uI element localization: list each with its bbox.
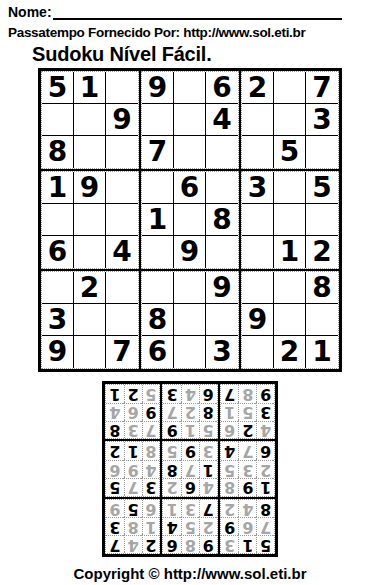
solution-cell-r7c5: 1 <box>181 421 199 439</box>
solution-cell-r8c9: 4 <box>106 403 124 421</box>
puzzle-cell-r2c7 <box>242 104 274 136</box>
puzzle-cell-r4c5: 6 <box>174 172 206 204</box>
puzzle-cell-r3c7 <box>242 136 274 168</box>
solution-cell-r4c3: 8 <box>221 478 239 496</box>
solution-cell-r6c4: 3 <box>199 442 217 460</box>
puzzle-cell-r4c3 <box>106 172 138 204</box>
main-sudoku-board: 519896472735196461893512239798638921 <box>38 68 342 372</box>
puzzle-box-inner: 5198 <box>41 71 139 169</box>
solution-cell-r1c5: 8 <box>181 535 199 553</box>
solution-box-4: 198235674 <box>219 440 276 497</box>
solution-cell-r2c4: 2 <box>199 517 217 535</box>
puzzle-cell-r9c2 <box>74 336 106 368</box>
solution-box-inner: 426351987 <box>220 384 275 439</box>
puzzle-cell-r8c7: 9 <box>242 304 274 336</box>
solution-cell-r6c6: 5 <box>163 442 181 460</box>
solution-cell-r9c2: 8 <box>238 385 256 403</box>
solution-cell-r9c8: 2 <box>124 385 142 403</box>
solution-cell-r3c5: 3 <box>181 500 199 518</box>
solution-cell-r1c9: 7 <box>106 535 124 553</box>
puzzle-box-6: 3512 <box>240 170 340 270</box>
puzzle-cell-r3c1: 8 <box>42 136 74 168</box>
solution-cell-r2c3: 9 <box>221 517 239 535</box>
solution-cell-r9c4: 6 <box>199 385 217 403</box>
solution-cell-r2c5: 5 <box>181 517 199 535</box>
solution-cell-r7c7: 7 <box>142 421 160 439</box>
puzzle-cell-r6c9: 2 <box>306 236 338 268</box>
solution-cell-r2c9: 3 <box>106 517 124 535</box>
solution-board-rotated: 5137698429862547312471836591982356744621… <box>102 381 278 557</box>
puzzle-box-inner: 9647 <box>141 71 239 169</box>
puzzle-cell-r6c4 <box>142 236 174 268</box>
puzzle-box-inner: 8921 <box>241 271 339 369</box>
puzzle-cell-r7c2: 2 <box>74 272 106 304</box>
puzzle-cell-r8c4: 8 <box>142 304 174 336</box>
solution-cell-r7c1: 4 <box>256 421 274 439</box>
solution-cell-r4c9: 5 <box>106 478 124 496</box>
puzzle-box-9: 8921 <box>240 270 340 370</box>
puzzle-box-3: 2735 <box>240 70 340 170</box>
solution-box-inner: 247183659 <box>105 499 160 554</box>
puzzle-cell-r3c8: 5 <box>274 136 306 168</box>
solution-cell-r3c1: 8 <box>256 500 274 518</box>
solution-box-inner: 738964521 <box>105 384 160 439</box>
puzzle-box-inner: 2397 <box>41 271 139 369</box>
solution-cell-r1c6: 6 <box>163 535 181 553</box>
solution-cell-r5c6: 8 <box>163 460 181 478</box>
puzzle-cell-r6c1: 6 <box>42 236 74 268</box>
puzzle-cell-r6c2 <box>74 236 106 268</box>
solution-cell-r9c9: 1 <box>106 385 124 403</box>
solution-cell-r5c4: 1 <box>199 460 217 478</box>
solution-cell-r8c5: 2 <box>181 403 199 421</box>
name-row: Nome: <box>8 5 342 20</box>
solution-box-6: 375496812 <box>104 440 161 497</box>
puzzle-cell-r6c6 <box>206 236 238 268</box>
solution-box-5: 462178395 <box>161 440 218 497</box>
puzzle-box-5: 6189 <box>140 170 240 270</box>
solution-box-inner: 198235674 <box>220 441 275 496</box>
puzzle-box-inner: 6189 <box>141 171 239 269</box>
solution-cell-r1c8: 4 <box>124 535 142 553</box>
puzzle-cell-r6c3: 4 <box>106 236 138 268</box>
solution-cell-r8c6: 7 <box>163 403 181 421</box>
puzzle-cell-r1c1: 5 <box>42 72 74 104</box>
puzzle-box-inner: 3512 <box>241 171 339 269</box>
puzzle-box-2: 9647 <box>140 70 240 170</box>
solution-box-inner: 513769842 <box>220 499 275 554</box>
solution-cell-r4c8: 7 <box>124 478 142 496</box>
solution-cell-r3c8: 5 <box>124 500 142 518</box>
puzzle-cell-r9c7 <box>242 336 274 368</box>
puzzle-cell-r1c3 <box>106 72 138 104</box>
puzzle-box-4: 1964 <box>40 170 140 270</box>
puzzle-cell-r3c3 <box>106 136 138 168</box>
puzzle-cell-r4c2: 9 <box>74 172 106 204</box>
puzzle-cell-r7c9: 8 <box>306 272 338 304</box>
puzzle-cell-r3c2 <box>74 136 106 168</box>
solution-cell-r8c8: 6 <box>124 403 142 421</box>
name-write-in-line <box>53 5 342 20</box>
puzzle-cell-r2c4 <box>142 104 174 136</box>
solution-cell-r6c7: 8 <box>142 442 160 460</box>
solution-cell-r6c3: 4 <box>221 442 239 460</box>
puzzle-cell-r5c6: 8 <box>206 204 238 236</box>
solution-cell-r7c4: 5 <box>199 421 217 439</box>
sudoku-print-page: Nome: Passatempo Fornecido Por: http://w… <box>0 0 380 582</box>
puzzle-cell-r2c3: 9 <box>106 104 138 136</box>
puzzle-cell-r1c7: 2 <box>242 72 274 104</box>
solution-cell-r1c2: 1 <box>238 535 256 553</box>
puzzle-cell-r5c8 <box>274 204 306 236</box>
solution-cell-r5c7: 4 <box>142 460 160 478</box>
solution-cell-r4c5: 6 <box>181 478 199 496</box>
puzzle-cell-r2c6: 4 <box>206 104 238 136</box>
puzzle-cell-r1c6: 6 <box>206 72 238 104</box>
solution-cell-r3c2: 4 <box>238 500 256 518</box>
puzzle-cell-r3c9 <box>306 136 338 168</box>
puzzle-cell-r3c4: 7 <box>142 136 174 168</box>
solution-cell-r2c7: 1 <box>142 517 160 535</box>
puzzle-box-inner: 1964 <box>41 171 139 269</box>
solution-cell-r9c7: 5 <box>142 385 160 403</box>
puzzle-cell-r5c4: 1 <box>142 204 174 236</box>
puzzle-cell-r1c4: 9 <box>142 72 174 104</box>
puzzle-cell-r3c6 <box>206 136 238 168</box>
solution-cell-r6c5: 9 <box>181 442 199 460</box>
puzzle-cell-r4c4 <box>142 172 174 204</box>
puzzle-cell-r1c5 <box>174 72 206 104</box>
solution-cell-r5c3: 5 <box>221 460 239 478</box>
puzzle-cell-r5c9 <box>306 204 338 236</box>
solution-cell-r1c4: 9 <box>199 535 217 553</box>
puzzle-cell-r9c8: 2 <box>274 336 306 368</box>
puzzle-cell-r1c8 <box>274 72 306 104</box>
solution-cell-r3c3: 2 <box>221 500 239 518</box>
solution-cell-r5c9: 6 <box>106 460 124 478</box>
solution-cell-r8c7: 9 <box>142 403 160 421</box>
solution-cell-r3c7: 6 <box>142 500 160 518</box>
copyright-line: Copyright © http://www.sol.eti.br <box>8 565 372 582</box>
solution-cell-r9c5: 4 <box>181 385 199 403</box>
solution-cell-r4c4: 4 <box>199 478 217 496</box>
solution-cell-r1c1: 5 <box>256 535 274 553</box>
solution-cell-r2c1: 7 <box>256 517 274 535</box>
puzzle-cell-r9c6: 3 <box>206 336 238 368</box>
puzzle-cell-r9c4: 6 <box>142 336 174 368</box>
puzzle-cell-r2c9: 3 <box>306 104 338 136</box>
solution-box-2: 986254731 <box>161 498 218 555</box>
puzzle-cell-r6c5: 9 <box>174 236 206 268</box>
puzzle-cell-r6c7 <box>242 236 274 268</box>
solution-box-8: 519827643 <box>161 383 218 440</box>
puzzle-cell-r8c2 <box>74 304 106 336</box>
puzzle-cell-r7c5 <box>174 272 206 304</box>
puzzle-cell-r8c1: 3 <box>42 304 74 336</box>
puzzle-cell-r1c2: 1 <box>74 72 106 104</box>
puzzle-cell-r3c5 <box>174 136 206 168</box>
solution-cell-r4c2: 9 <box>238 478 256 496</box>
solution-cell-r1c7: 2 <box>142 535 160 553</box>
solution-cell-r3c4: 7 <box>199 500 217 518</box>
puzzle-cell-r7c1 <box>42 272 74 304</box>
puzzle-cell-r4c6 <box>206 172 238 204</box>
solution-cell-r1c3: 3 <box>221 535 239 553</box>
solution-cell-r5c1: 2 <box>256 460 274 478</box>
solution-cell-r3c6: 1 <box>163 500 181 518</box>
solution-cell-r2c8: 8 <box>124 517 142 535</box>
puzzle-cell-r4c9: 5 <box>306 172 338 204</box>
solution-cell-r6c1: 6 <box>256 442 274 460</box>
solution-cell-r5c5: 7 <box>181 460 199 478</box>
puzzle-cell-r7c6: 9 <box>206 272 238 304</box>
puzzle-cell-r5c1 <box>42 204 74 236</box>
solution-cell-r7c2: 2 <box>238 421 256 439</box>
solution-cell-r8c4: 8 <box>199 403 217 421</box>
puzzle-cell-r9c1: 9 <box>42 336 74 368</box>
puzzle-cell-r7c8 <box>274 272 306 304</box>
solution-cell-r9c1: 9 <box>256 385 274 403</box>
puzzle-cell-r5c2 <box>74 204 106 236</box>
solution-box-7: 426351987 <box>219 383 276 440</box>
puzzle-cell-r2c8 <box>274 104 306 136</box>
solution-cell-r8c2: 5 <box>238 403 256 421</box>
solution-cell-r8c3: 1 <box>221 403 239 421</box>
solution-cell-r6c8: 1 <box>124 442 142 460</box>
puzzle-cell-r9c3: 7 <box>106 336 138 368</box>
puzzle-cell-r2c5 <box>174 104 206 136</box>
puzzle-box-8: 9863 <box>140 270 240 370</box>
puzzle-cell-r5c7 <box>242 204 274 236</box>
puzzle-cell-r5c5 <box>174 204 206 236</box>
puzzle-box-1: 5198 <box>40 70 140 170</box>
solution-cell-r7c6: 9 <box>163 421 181 439</box>
puzzle-cell-r2c2 <box>74 104 106 136</box>
puzzle-cell-r8c8 <box>274 304 306 336</box>
solution-cell-r7c8: 3 <box>124 421 142 439</box>
solution-cell-r2c2: 6 <box>238 517 256 535</box>
solution-cell-r4c6: 2 <box>163 478 181 496</box>
puzzle-cell-r7c7 <box>242 272 274 304</box>
solution-cell-r8c1: 3 <box>256 403 274 421</box>
solution-box-inner: 462178395 <box>162 441 217 496</box>
solution-cell-r5c8: 9 <box>124 460 142 478</box>
solution-cell-r2c6: 4 <box>163 517 181 535</box>
puzzle-cell-r8c5 <box>174 304 206 336</box>
puzzle-cell-r9c5 <box>174 336 206 368</box>
puzzle-box-inner: 9863 <box>141 271 239 369</box>
puzzle-cell-r7c4 <box>142 272 174 304</box>
solution-cell-r9c6: 3 <box>163 385 181 403</box>
puzzle-cell-r4c8 <box>274 172 306 204</box>
puzzle-cell-r4c7: 3 <box>242 172 274 204</box>
puzzle-cell-r2c1 <box>42 104 74 136</box>
puzzle-box-7: 2397 <box>40 270 140 370</box>
solution-box-9: 738964521 <box>104 383 161 440</box>
puzzle-cell-r9c9: 1 <box>306 336 338 368</box>
puzzle-cell-r8c3 <box>106 304 138 336</box>
solution-cell-r7c3: 6 <box>221 421 239 439</box>
solution-cell-r9c3: 7 <box>221 385 239 403</box>
provider-line: Passatempo Fornecido Por: http://www.sol… <box>8 25 372 40</box>
solution-cell-r6c2: 7 <box>238 442 256 460</box>
solution-cell-r3c9: 9 <box>106 500 124 518</box>
puzzle-cell-r1c9: 7 <box>306 72 338 104</box>
solution-cell-r4c7: 3 <box>142 478 160 496</box>
solution-box-1: 513769842 <box>219 498 276 555</box>
puzzle-cell-r5c3 <box>106 204 138 236</box>
name-label: Nome: <box>8 5 52 20</box>
solution-box-3: 247183659 <box>104 498 161 555</box>
solution-cell-r5c2: 3 <box>238 460 256 478</box>
solution-cell-r7c9: 8 <box>106 421 124 439</box>
puzzle-cell-r7c3 <box>106 272 138 304</box>
page-title: Sudoku Nível Fácil. <box>32 43 372 66</box>
puzzle-cell-r8c9 <box>306 304 338 336</box>
puzzle-cell-r4c1: 1 <box>42 172 74 204</box>
solution-box-inner: 375496812 <box>105 441 160 496</box>
puzzle-cell-r6c8: 1 <box>274 236 306 268</box>
solution-cell-r6c9: 2 <box>106 442 124 460</box>
solution-box-inner: 519827643 <box>162 384 217 439</box>
solution-box-inner: 986254731 <box>162 499 217 554</box>
puzzle-cell-r8c6 <box>206 304 238 336</box>
solution-cell-r4c1: 1 <box>256 478 274 496</box>
puzzle-box-inner: 2735 <box>241 71 339 169</box>
